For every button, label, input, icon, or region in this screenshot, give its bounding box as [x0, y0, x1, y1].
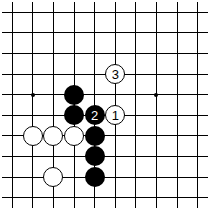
board-intersection[interactable] [43, 23, 64, 44]
board-intersection[interactable] [84, 2, 105, 23]
white-stone [64, 126, 84, 146]
board-intersection[interactable] [187, 187, 208, 208]
board-intersection[interactable] [126, 64, 147, 85]
board-intersection[interactable] [146, 84, 167, 105]
board-intersection[interactable] [64, 187, 85, 208]
board-intersection[interactable] [43, 43, 64, 64]
board-intersection[interactable] [84, 23, 105, 44]
board-intersection[interactable] [23, 167, 44, 188]
go-board: 321 [2, 2, 208, 208]
board-intersection[interactable] [126, 2, 147, 23]
board-intersection[interactable] [187, 167, 208, 188]
board-intersection[interactable] [187, 43, 208, 64]
white-stone-move-1: 1 [105, 105, 125, 125]
board-intersection[interactable] [84, 126, 105, 147]
board-intersection[interactable] [43, 84, 64, 105]
board-intersection[interactable] [2, 23, 23, 44]
board-intersection[interactable] [64, 64, 85, 85]
board-intersection[interactable] [187, 64, 208, 85]
board-intersection[interactable] [2, 84, 23, 105]
board-intersection[interactable] [187, 2, 208, 23]
board-intersection[interactable] [43, 2, 64, 23]
board-intersection[interactable] [2, 64, 23, 85]
black-stone-move-2: 2 [85, 105, 105, 125]
board-intersection[interactable] [187, 126, 208, 147]
board-intersection[interactable] [43, 146, 64, 167]
board-intersection[interactable]: 2 [84, 105, 105, 126]
white-stone-move-3: 3 [105, 64, 125, 84]
board-intersection[interactable] [64, 43, 85, 64]
board-intersection[interactable] [23, 43, 44, 64]
board-intersection[interactable] [105, 187, 126, 208]
board-intersection[interactable] [43, 167, 64, 188]
board-intersection[interactable] [146, 167, 167, 188]
board-intersection[interactable] [84, 64, 105, 85]
white-stone [23, 126, 43, 146]
board-intersection[interactable] [167, 64, 188, 85]
board-intersection[interactable] [187, 23, 208, 44]
board-intersection[interactable] [167, 43, 188, 64]
board-intersection[interactable] [187, 84, 208, 105]
board-intersection[interactable] [146, 43, 167, 64]
board-intersection[interactable] [126, 43, 147, 64]
board-intersection[interactable] [64, 2, 85, 23]
board-intersection[interactable] [64, 105, 85, 126]
board-intersection[interactable] [64, 23, 85, 44]
board-intersection[interactable] [84, 187, 105, 208]
board-intersection[interactable] [23, 64, 44, 85]
board-intersection[interactable] [23, 146, 44, 167]
board-intersection[interactable]: 1 [105, 105, 126, 126]
board-intersection[interactable] [105, 126, 126, 147]
board-intersection[interactable] [2, 105, 23, 126]
board-intersection[interactable] [23, 23, 44, 44]
board-intersection[interactable] [2, 146, 23, 167]
board-intersection[interactable] [167, 105, 188, 126]
board-intersection[interactable] [187, 105, 208, 126]
board-intersection[interactable] [2, 43, 23, 64]
board-intersection[interactable] [23, 2, 44, 23]
board-intersection[interactable] [167, 167, 188, 188]
board-intersection[interactable] [23, 187, 44, 208]
board-intersection[interactable] [2, 2, 23, 23]
board-intersection[interactable] [126, 146, 147, 167]
board-intersection[interactable] [146, 23, 167, 44]
star-point [31, 93, 35, 97]
board-intersection[interactable] [146, 126, 167, 147]
board-intersection[interactable] [187, 146, 208, 167]
board-intersection[interactable] [167, 84, 188, 105]
black-stone [85, 126, 105, 146]
white-stone [43, 167, 63, 187]
black-stone [85, 167, 105, 187]
board-intersection[interactable] [146, 146, 167, 167]
board-intersection[interactable] [146, 2, 167, 23]
board-intersection[interactable] [84, 43, 105, 64]
star-point [154, 93, 158, 97]
board-intersection[interactable] [146, 187, 167, 208]
board-intersection[interactable] [105, 146, 126, 167]
board-intersection[interactable] [23, 84, 44, 105]
board-intersection[interactable] [64, 126, 85, 147]
board-intersection[interactable] [105, 2, 126, 23]
board-intersection[interactable] [126, 84, 147, 105]
board-intersection[interactable] [64, 167, 85, 188]
board-intersection[interactable] [126, 167, 147, 188]
board-intersection[interactable] [146, 105, 167, 126]
board-intersection[interactable] [64, 84, 85, 105]
board-intersection[interactable] [43, 64, 64, 85]
board-intersection[interactable] [167, 146, 188, 167]
board-intersection[interactable] [105, 43, 126, 64]
board-intersection[interactable] [167, 126, 188, 147]
board-intersection[interactable] [43, 126, 64, 147]
board-intersection[interactable] [126, 187, 147, 208]
board-intersection[interactable] [2, 187, 23, 208]
board-intersection[interactable] [84, 167, 105, 188]
board-intersection[interactable] [167, 2, 188, 23]
board-intersection[interactable] [105, 167, 126, 188]
board-intersection[interactable] [126, 105, 147, 126]
white-stone [43, 126, 63, 146]
board-intersection[interactable] [23, 105, 44, 126]
board-intersection[interactable] [84, 84, 105, 105]
black-stone [64, 85, 84, 105]
board-intersection[interactable]: 3 [105, 64, 126, 85]
black-stone [85, 146, 105, 166]
board-intersection[interactable] [23, 126, 44, 147]
board-intersection[interactable] [43, 105, 64, 126]
board-intersection[interactable] [84, 146, 105, 167]
board-intersection[interactable] [2, 167, 23, 188]
board-intersection[interactable] [126, 23, 147, 44]
board-intersection[interactable] [167, 187, 188, 208]
go-diagram: 321 [0, 0, 210, 210]
board-intersection[interactable] [146, 64, 167, 85]
board-intersection[interactable] [126, 126, 147, 147]
black-stone [64, 105, 84, 125]
board-intersection[interactable] [105, 23, 126, 44]
board-intersection[interactable] [43, 187, 64, 208]
board-intersection[interactable] [167, 23, 188, 44]
board-intersection[interactable] [105, 84, 126, 105]
board-intersection[interactable] [2, 126, 23, 147]
board-intersection[interactable] [64, 146, 85, 167]
